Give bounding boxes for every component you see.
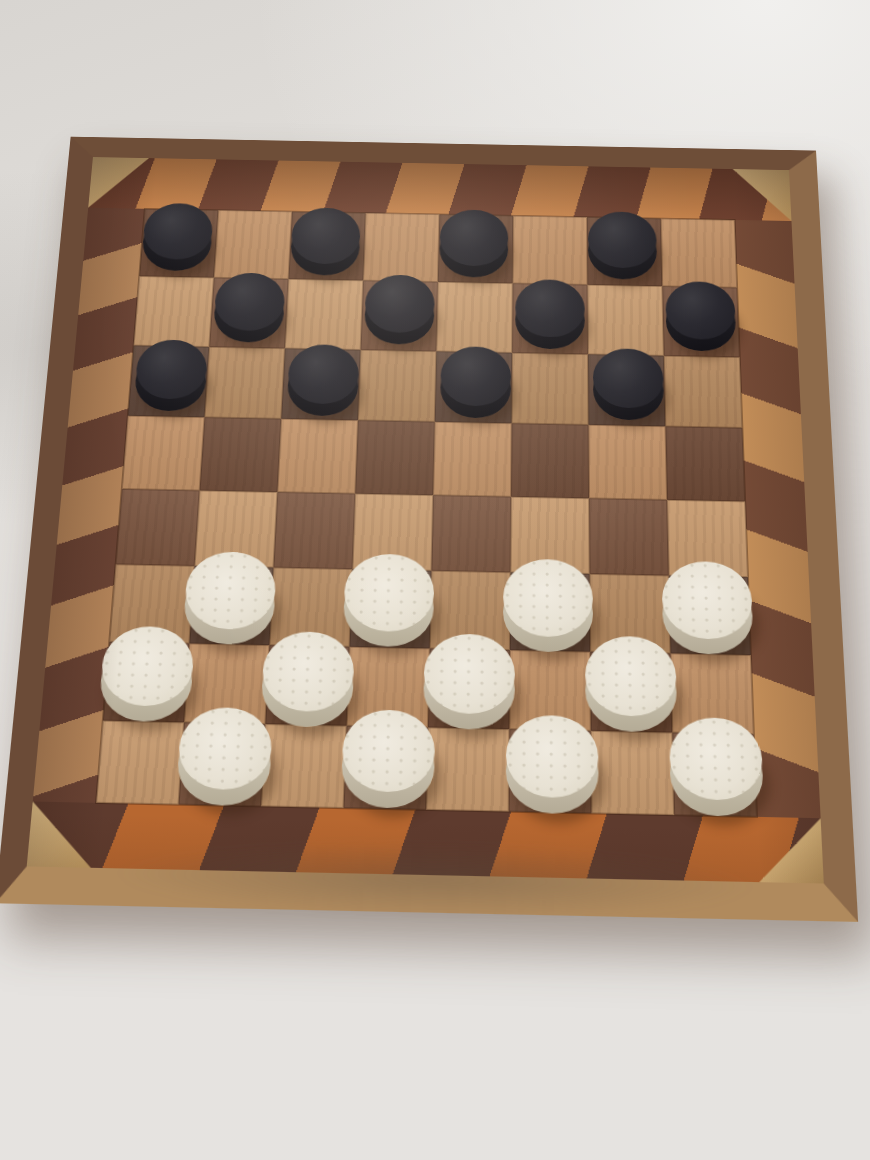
square-r6c4[interactable] — [350, 569, 432, 648]
square-r1c3[interactable] — [288, 212, 365, 281]
square-r2c4[interactable] — [361, 280, 438, 351]
square-r6c2[interactable] — [189, 566, 273, 645]
square-r6c5[interactable] — [430, 570, 511, 649]
square-r1c8[interactable] — [661, 219, 737, 288]
square-r6c3[interactable] — [269, 567, 352, 646]
square-r1c4[interactable] — [363, 213, 439, 282]
square-r4c1[interactable] — [122, 416, 205, 491]
square-r4c7[interactable] — [588, 425, 667, 500]
black-man — [286, 344, 359, 417]
square-r7c4[interactable] — [347, 646, 430, 727]
square-r4c3[interactable] — [277, 419, 358, 494]
board-grid — [96, 209, 757, 817]
square-r8c8[interactable] — [672, 733, 757, 817]
board-cast-shadow — [9, 833, 861, 941]
square-r7c6[interactable] — [509, 650, 590, 732]
square-r2c3[interactable] — [285, 279, 363, 350]
square-r2c8[interactable] — [662, 286, 739, 357]
black-man — [593, 348, 665, 421]
photo-scene — [0, 0, 870, 1160]
square-r5c2[interactable] — [195, 491, 278, 568]
square-r2c2[interactable] — [209, 277, 288, 348]
square-r4c4[interactable] — [355, 421, 435, 496]
square-r5c4[interactable] — [352, 494, 433, 571]
square-r3c2[interactable] — [204, 346, 284, 419]
square-r7c8[interactable] — [670, 653, 753, 735]
square-r5c1[interactable] — [116, 489, 200, 566]
square-r5c3[interactable] — [273, 492, 355, 569]
black-man — [364, 274, 435, 345]
board-inlay — [27, 157, 824, 883]
square-r3c1[interactable] — [128, 345, 209, 417]
square-r6c8[interactable] — [669, 575, 751, 654]
square-r4c8[interactable] — [665, 427, 745, 502]
square-r7c5[interactable] — [428, 648, 510, 729]
black-man — [515, 279, 585, 350]
square-r1c7[interactable] — [587, 217, 662, 286]
checkers-board — [0, 137, 858, 922]
square-r3c5[interactable] — [435, 351, 512, 424]
square-r7c7[interactable] — [590, 651, 672, 733]
square-r7c2[interactable] — [184, 643, 269, 724]
square-r6c1[interactable] — [109, 564, 194, 643]
square-r3c4[interactable] — [358, 349, 436, 422]
square-r5c7[interactable] — [589, 498, 669, 575]
square-r7c1[interactable] — [103, 641, 190, 722]
black-man — [290, 207, 361, 276]
black-man — [141, 203, 214, 272]
square-r8c6[interactable] — [509, 729, 592, 813]
square-r5c8[interactable] — [667, 500, 748, 577]
square-r8c4[interactable] — [344, 726, 428, 810]
black-man — [133, 339, 208, 411]
black-man — [212, 272, 285, 343]
square-r1c1[interactable] — [139, 209, 218, 278]
square-r8c3[interactable] — [261, 724, 347, 808]
square-r7c3[interactable] — [265, 645, 349, 726]
square-r4c2[interactable] — [200, 417, 282, 492]
square-r8c7[interactable] — [591, 731, 674, 815]
black-man — [665, 281, 737, 352]
square-r2c7[interactable] — [587, 285, 663, 356]
square-r6c6[interactable] — [510, 572, 590, 651]
square-r1c5[interactable] — [438, 214, 513, 283]
square-r3c8[interactable] — [664, 355, 743, 428]
square-r5c6[interactable] — [510, 497, 589, 574]
square-r3c3[interactable] — [281, 348, 360, 421]
square-r2c1[interactable] — [134, 276, 214, 347]
square-r6c7[interactable] — [590, 574, 671, 653]
square-r1c2[interactable] — [214, 210, 292, 279]
square-r4c5[interactable] — [433, 422, 511, 497]
square-r2c6[interactable] — [512, 283, 588, 354]
square-r3c6[interactable] — [512, 352, 589, 425]
square-r2c5[interactable] — [436, 282, 512, 353]
square-r8c1[interactable] — [96, 721, 184, 805]
black-man — [588, 211, 658, 280]
square-r5c5[interactable] — [431, 495, 511, 572]
square-r8c5[interactable] — [426, 728, 509, 812]
square-r8c2[interactable] — [179, 723, 266, 807]
square-r3c7[interactable] — [588, 354, 665, 427]
black-man — [440, 346, 511, 419]
square-r4c6[interactable] — [511, 424, 589, 499]
square-r1c6[interactable] — [513, 216, 588, 285]
black-man — [439, 209, 508, 278]
